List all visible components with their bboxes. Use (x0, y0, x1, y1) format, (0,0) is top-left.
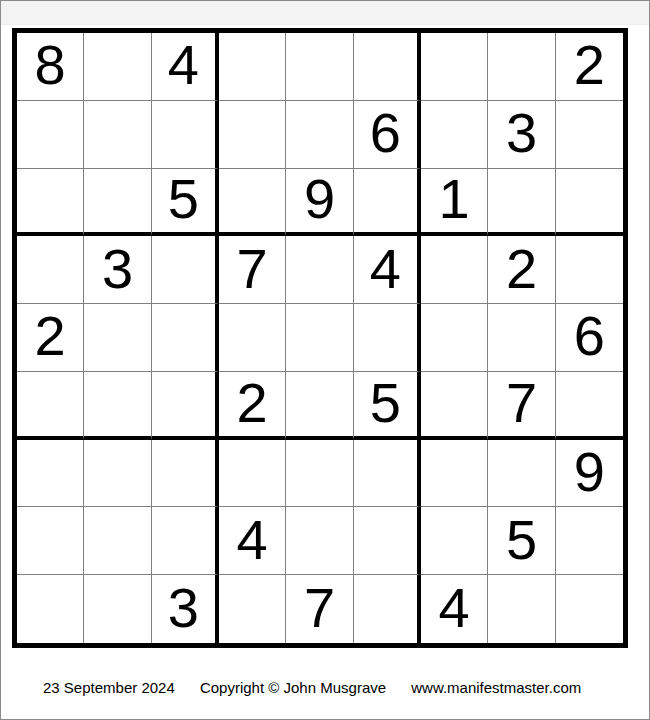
cell-r2c3[interactable] (152, 101, 219, 169)
cell-r7c3[interactable] (152, 440, 219, 508)
cell-r5c7[interactable] (421, 304, 488, 372)
cell-r1c1[interactable]: 8 (17, 33, 84, 101)
cell-r3c3[interactable]: 5 (152, 169, 219, 237)
given-digit: 9 (574, 444, 605, 500)
cell-r8c8[interactable]: 5 (488, 507, 555, 575)
given-digit: 4 (370, 241, 401, 297)
footer-date: 23 September 2024 (43, 679, 175, 696)
footer-website: www.manifestmaster.com (411, 679, 581, 696)
given-digit: 2 (574, 37, 605, 93)
cell-r6c9[interactable] (556, 372, 623, 440)
cell-r4c8[interactable]: 2 (488, 236, 555, 304)
given-digit: 5 (506, 512, 537, 568)
cell-r9c1[interactable] (17, 575, 84, 643)
cell-r7c2[interactable] (84, 440, 151, 508)
cell-r7c8[interactable] (488, 440, 555, 508)
top-strip (1, 1, 649, 25)
cell-r2c7[interactable] (421, 101, 488, 169)
cell-r1c8[interactable] (488, 33, 555, 101)
cell-r1c9[interactable]: 2 (556, 33, 623, 101)
given-digit: 8 (35, 37, 66, 93)
cell-r3c8[interactable] (488, 169, 555, 237)
cell-r9c6[interactable] (354, 575, 421, 643)
cell-r2c5[interactable] (286, 101, 353, 169)
cell-r6c7[interactable] (421, 372, 488, 440)
cell-r4c6[interactable]: 4 (354, 236, 421, 304)
given-digit: 6 (574, 308, 605, 364)
given-digit: 3 (506, 105, 537, 161)
cell-r5c2[interactable] (84, 304, 151, 372)
given-digit: 7 (304, 580, 335, 636)
cell-r6c4[interactable]: 2 (219, 372, 286, 440)
cell-r8c6[interactable] (354, 507, 421, 575)
cell-r1c5[interactable] (286, 33, 353, 101)
cell-r5c1[interactable]: 2 (17, 304, 84, 372)
given-digit: 4 (439, 580, 470, 636)
footer: 23 September 2024 Copyright © John Musgr… (43, 678, 581, 698)
cell-r2c2[interactable] (84, 101, 151, 169)
cell-r8c2[interactable] (84, 507, 151, 575)
cell-r5c9[interactable]: 6 (556, 304, 623, 372)
footer-copyright: Copyright © John Musgrave (200, 679, 386, 696)
puzzle-page: 84263591374226257945374 23 September 202… (0, 0, 650, 720)
cell-r9c7[interactable]: 4 (421, 575, 488, 643)
given-digit: 7 (506, 375, 537, 431)
given-digit: 1 (439, 171, 470, 227)
cell-r8c1[interactable] (17, 507, 84, 575)
cell-r6c2[interactable] (84, 372, 151, 440)
cell-r9c8[interactable] (488, 575, 555, 643)
given-digit: 4 (168, 37, 199, 93)
cell-r4c1[interactable] (17, 236, 84, 304)
cell-r2c1[interactable] (17, 101, 84, 169)
given-digit: 5 (370, 375, 401, 431)
cell-r9c5[interactable]: 7 (286, 575, 353, 643)
sudoku-board: 84263591374226257945374 (12, 28, 628, 648)
cell-r6c8[interactable]: 7 (488, 372, 555, 440)
cell-r3c7[interactable]: 1 (421, 169, 488, 237)
cell-r3c2[interactable] (84, 169, 151, 237)
cell-r6c3[interactable] (152, 372, 219, 440)
cell-r8c3[interactable] (152, 507, 219, 575)
cell-r3c4[interactable] (219, 169, 286, 237)
cell-r8c4[interactable]: 4 (219, 507, 286, 575)
cell-r5c5[interactable] (286, 304, 353, 372)
cell-r6c1[interactable] (17, 372, 84, 440)
given-digit: 4 (237, 512, 268, 568)
cell-r4c5[interactable] (286, 236, 353, 304)
cell-r2c6[interactable]: 6 (354, 101, 421, 169)
cell-r5c4[interactable] (219, 304, 286, 372)
cell-r7c6[interactable] (354, 440, 421, 508)
given-digit: 2 (506, 241, 537, 297)
cell-r1c3[interactable]: 4 (152, 33, 219, 101)
cell-r2c9[interactable] (556, 101, 623, 169)
cell-r5c6[interactable] (354, 304, 421, 372)
cell-r4c7[interactable] (421, 236, 488, 304)
cell-r4c9[interactable] (556, 236, 623, 304)
cell-r5c8[interactable] (488, 304, 555, 372)
cell-r6c5[interactable] (286, 372, 353, 440)
given-digit: 3 (168, 580, 199, 636)
given-digit: 9 (304, 171, 335, 227)
cell-r7c7[interactable] (421, 440, 488, 508)
cell-r5c3[interactable] (152, 304, 219, 372)
cell-r4c4[interactable]: 7 (219, 236, 286, 304)
cell-r4c2[interactable]: 3 (84, 236, 151, 304)
given-digit: 2 (237, 375, 268, 431)
cell-r7c1[interactable] (17, 440, 84, 508)
cell-r9c9[interactable] (556, 575, 623, 643)
cell-r3c1[interactable] (17, 169, 84, 237)
cell-r9c2[interactable] (84, 575, 151, 643)
cell-r8c7[interactable] (421, 507, 488, 575)
cell-r9c3[interactable]: 3 (152, 575, 219, 643)
cell-r1c6[interactable] (354, 33, 421, 101)
cell-r2c8[interactable]: 3 (488, 101, 555, 169)
cell-r1c2[interactable] (84, 33, 151, 101)
cell-r4c3[interactable] (152, 236, 219, 304)
cell-r3c5[interactable]: 9 (286, 169, 353, 237)
given-digit: 3 (102, 241, 133, 297)
cell-r7c4[interactable] (219, 440, 286, 508)
cell-r8c5[interactable] (286, 507, 353, 575)
given-digit: 5 (168, 171, 199, 227)
given-digit: 6 (370, 105, 401, 161)
cell-r2c4[interactable] (219, 101, 286, 169)
cell-r7c9[interactable]: 9 (556, 440, 623, 508)
cell-r3c9[interactable] (556, 169, 623, 237)
cell-r1c7[interactable] (421, 33, 488, 101)
cell-r7c5[interactable] (286, 440, 353, 508)
cell-r3c6[interactable] (354, 169, 421, 237)
cell-r8c9[interactable] (556, 507, 623, 575)
cell-r1c4[interactable] (219, 33, 286, 101)
cell-r6c6[interactable]: 5 (354, 372, 421, 440)
cell-r9c4[interactable] (219, 575, 286, 643)
given-digit: 2 (35, 308, 66, 364)
given-digit: 7 (237, 241, 268, 297)
